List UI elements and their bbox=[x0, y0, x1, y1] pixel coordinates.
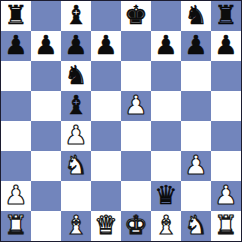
square-h3[interactable] bbox=[211, 151, 241, 181]
square-a4[interactable] bbox=[1, 121, 31, 151]
square-e3[interactable] bbox=[121, 151, 151, 181]
piece-black-knight-icon: ♞ bbox=[184, 1, 207, 30]
chess-board: ♜♝♚♞♜♟♟♟♟♟♟♟♞♝♟♟♞♟♟♛♟♜♝♛♚♝♞♜ bbox=[0, 0, 242, 242]
square-b4[interactable] bbox=[31, 121, 61, 151]
piece-black-pawn-icon: ♟ bbox=[94, 31, 117, 60]
square-b1[interactable] bbox=[31, 211, 61, 241]
piece-black-pawn-icon: ♟ bbox=[4, 31, 27, 60]
square-g3[interactable]: ♟ bbox=[181, 151, 211, 181]
square-a5[interactable] bbox=[1, 91, 31, 121]
piece-white-pawn-icon: ♟ bbox=[184, 151, 207, 180]
square-e2[interactable] bbox=[121, 181, 151, 211]
square-d6[interactable] bbox=[91, 61, 121, 91]
square-g8[interactable]: ♞ bbox=[181, 1, 211, 31]
square-g6[interactable] bbox=[181, 61, 211, 91]
piece-black-king-icon: ♚ bbox=[124, 1, 147, 30]
square-e6[interactable] bbox=[121, 61, 151, 91]
piece-white-bishop-icon: ♝ bbox=[64, 211, 87, 240]
piece-white-pawn-icon: ♟ bbox=[124, 91, 147, 120]
square-d1[interactable]: ♛ bbox=[91, 211, 121, 241]
square-f8[interactable] bbox=[151, 1, 181, 31]
piece-white-pawn-icon: ♟ bbox=[214, 181, 237, 210]
piece-white-knight-icon: ♞ bbox=[64, 151, 87, 180]
square-b5[interactable] bbox=[31, 91, 61, 121]
square-c4[interactable]: ♟ bbox=[61, 121, 91, 151]
square-c8[interactable]: ♝ bbox=[61, 1, 91, 31]
square-f2[interactable]: ♛ bbox=[151, 181, 181, 211]
piece-black-pawn-icon: ♟ bbox=[214, 31, 237, 60]
piece-black-pawn-icon: ♟ bbox=[34, 31, 57, 60]
square-e5[interactable]: ♟ bbox=[121, 91, 151, 121]
piece-white-bishop-icon: ♝ bbox=[154, 211, 177, 240]
square-a8[interactable]: ♜ bbox=[1, 1, 31, 31]
piece-white-king-icon: ♚ bbox=[124, 211, 147, 240]
square-a1[interactable]: ♜ bbox=[1, 211, 31, 241]
square-a2[interactable]: ♟ bbox=[1, 181, 31, 211]
square-h6[interactable] bbox=[211, 61, 241, 91]
piece-black-rook-icon: ♜ bbox=[4, 1, 27, 30]
square-f1[interactable]: ♝ bbox=[151, 211, 181, 241]
piece-white-pawn-icon: ♟ bbox=[64, 121, 87, 150]
square-h2[interactable]: ♟ bbox=[211, 181, 241, 211]
square-e7[interactable] bbox=[121, 31, 151, 61]
square-g2[interactable] bbox=[181, 181, 211, 211]
square-e1[interactable]: ♚ bbox=[121, 211, 151, 241]
square-b7[interactable]: ♟ bbox=[31, 31, 61, 61]
square-g4[interactable] bbox=[181, 121, 211, 151]
piece-black-pawn-icon: ♟ bbox=[184, 31, 207, 60]
square-e8[interactable]: ♚ bbox=[121, 1, 151, 31]
piece-black-pawn-icon: ♟ bbox=[64, 31, 87, 60]
square-b6[interactable] bbox=[31, 61, 61, 91]
square-c1[interactable]: ♝ bbox=[61, 211, 91, 241]
piece-black-queen-icon: ♛ bbox=[154, 181, 177, 210]
piece-white-queen-icon: ♛ bbox=[94, 211, 117, 240]
piece-black-pawn-icon: ♟ bbox=[154, 31, 177, 60]
square-c2[interactable] bbox=[61, 181, 91, 211]
piece-white-rook-icon: ♜ bbox=[4, 211, 27, 240]
square-f5[interactable] bbox=[151, 91, 181, 121]
piece-black-rook-icon: ♜ bbox=[214, 1, 237, 30]
square-e4[interactable] bbox=[121, 121, 151, 151]
square-c3[interactable]: ♞ bbox=[61, 151, 91, 181]
square-d4[interactable] bbox=[91, 121, 121, 151]
square-c5[interactable]: ♝ bbox=[61, 91, 91, 121]
square-h7[interactable]: ♟ bbox=[211, 31, 241, 61]
square-c6[interactable]: ♞ bbox=[61, 61, 91, 91]
square-h4[interactable] bbox=[211, 121, 241, 151]
square-d7[interactable]: ♟ bbox=[91, 31, 121, 61]
piece-black-knight-icon: ♞ bbox=[64, 61, 87, 90]
square-g1[interactable]: ♞ bbox=[181, 211, 211, 241]
square-b2[interactable] bbox=[31, 181, 61, 211]
square-f4[interactable] bbox=[151, 121, 181, 151]
square-f3[interactable] bbox=[151, 151, 181, 181]
square-b8[interactable] bbox=[31, 1, 61, 31]
square-a6[interactable] bbox=[1, 61, 31, 91]
square-d5[interactable] bbox=[91, 91, 121, 121]
square-f7[interactable]: ♟ bbox=[151, 31, 181, 61]
square-h8[interactable]: ♜ bbox=[211, 1, 241, 31]
square-a7[interactable]: ♟ bbox=[1, 31, 31, 61]
piece-white-rook-icon: ♜ bbox=[214, 211, 237, 240]
square-d3[interactable] bbox=[91, 151, 121, 181]
square-h5[interactable] bbox=[211, 91, 241, 121]
square-h1[interactable]: ♜ bbox=[211, 211, 241, 241]
square-a3[interactable] bbox=[1, 151, 31, 181]
square-c7[interactable]: ♟ bbox=[61, 31, 91, 61]
piece-black-bishop-icon: ♝ bbox=[64, 1, 87, 30]
square-f6[interactable] bbox=[151, 61, 181, 91]
piece-white-knight-icon: ♞ bbox=[184, 211, 207, 240]
piece-white-pawn-icon: ♟ bbox=[4, 181, 27, 210]
square-g7[interactable]: ♟ bbox=[181, 31, 211, 61]
square-d2[interactable] bbox=[91, 181, 121, 211]
piece-black-bishop-icon: ♝ bbox=[64, 91, 87, 120]
square-d8[interactable] bbox=[91, 1, 121, 31]
square-g5[interactable] bbox=[181, 91, 211, 121]
square-b3[interactable] bbox=[31, 151, 61, 181]
